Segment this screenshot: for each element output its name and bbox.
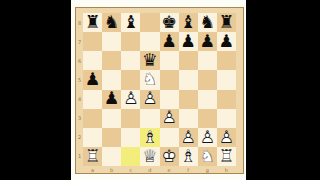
square-c2[interactable] <box>121 128 140 147</box>
square-d6[interactable]: ♛ <box>140 51 159 70</box>
rank-label-6: 6 <box>76 51 83 70</box>
letterbox-left-bar <box>0 0 71 180</box>
square-h6[interactable] <box>217 51 236 70</box>
square-b6[interactable] <box>102 51 121 70</box>
square-b2[interactable] <box>102 128 121 147</box>
square-a8[interactable]: ♜ <box>83 13 102 32</box>
square-b5[interactable] <box>102 70 121 89</box>
square-e3[interactable]: ♟♙ <box>160 109 179 128</box>
square-f3[interactable] <box>179 109 198 128</box>
white-queen-icon: ♛♕ <box>140 147 159 166</box>
square-c8[interactable]: ♝ <box>121 13 140 32</box>
square-a5[interactable]: ♟ <box>83 70 102 89</box>
square-c3[interactable] <box>121 109 140 128</box>
white-pawn-icon: ♟♙ <box>160 109 179 128</box>
square-a2[interactable] <box>83 128 102 147</box>
square-b7[interactable] <box>102 32 121 51</box>
square-c1[interactable] <box>121 147 140 166</box>
square-g8[interactable]: ♞ <box>198 13 217 32</box>
rank-label-8: 8 <box>76 13 83 32</box>
square-f8[interactable]: ♝ <box>179 13 198 32</box>
video-frame[interactable]: ♜♞♝♚♝♞♜♟♟♟♟♛♟♞♘♟♟♙♟♙♟♙♝♗♟♙♟♙♟♙♜♖♛♕♚♔♝♗♞♘… <box>71 0 246 180</box>
white-pawn-icon: ♟♙ <box>179 128 198 147</box>
black-rook-icon: ♜ <box>83 13 102 32</box>
square-f7[interactable]: ♟ <box>179 32 198 51</box>
square-h7[interactable]: ♟ <box>217 32 236 51</box>
square-g7[interactable]: ♟ <box>198 32 217 51</box>
square-b3[interactable] <box>102 109 121 128</box>
square-a7[interactable] <box>83 32 102 51</box>
black-pawn-icon: ♟ <box>217 32 236 51</box>
black-king-icon: ♚ <box>160 13 179 32</box>
black-bishop-icon: ♝ <box>179 13 198 32</box>
file-label-h: h <box>217 166 236 173</box>
square-d3[interactable] <box>140 109 159 128</box>
letterbox-right-bar <box>246 0 320 180</box>
square-b8[interactable]: ♞ <box>102 13 121 32</box>
square-h5[interactable] <box>217 70 236 89</box>
square-f6[interactable] <box>179 51 198 70</box>
square-d4[interactable]: ♟♙ <box>140 90 159 109</box>
square-h3[interactable] <box>217 109 236 128</box>
square-f5[interactable] <box>179 70 198 89</box>
file-label-b: b <box>102 166 121 173</box>
square-d8[interactable] <box>140 13 159 32</box>
black-knight-icon: ♞ <box>198 13 217 32</box>
square-b1[interactable] <box>102 147 121 166</box>
black-pawn-icon: ♟ <box>179 32 198 51</box>
square-h2[interactable]: ♟♙ <box>217 128 236 147</box>
square-a1[interactable]: ♜♖ <box>83 147 102 166</box>
file-label-f: f <box>179 166 198 173</box>
black-rook-icon: ♜ <box>217 13 236 32</box>
square-f1[interactable]: ♝♗ <box>179 147 198 166</box>
square-d2[interactable]: ♝♗ <box>140 128 159 147</box>
white-pawn-icon: ♟♙ <box>140 90 159 109</box>
white-rook-icon: ♜♖ <box>83 147 102 166</box>
square-e6[interactable] <box>160 51 179 70</box>
white-rook-icon: ♜♖ <box>217 147 236 166</box>
square-c7[interactable] <box>121 32 140 51</box>
square-c6[interactable] <box>121 51 140 70</box>
square-g6[interactable] <box>198 51 217 70</box>
white-bishop-icon: ♝♗ <box>140 128 159 147</box>
black-queen-icon: ♛ <box>140 51 159 70</box>
square-g3[interactable] <box>198 109 217 128</box>
white-pawn-icon: ♟♙ <box>121 90 140 109</box>
rank-label-2: 2 <box>76 128 83 147</box>
white-bishop-icon: ♝♗ <box>179 147 198 166</box>
white-pawn-icon: ♟♙ <box>217 128 236 147</box>
square-g2[interactable]: ♟♙ <box>198 128 217 147</box>
file-label-e: e <box>160 166 179 173</box>
black-pawn-icon: ♟ <box>102 90 121 109</box>
chessboard-frame: ♜♞♝♚♝♞♜♟♟♟♟♛♟♞♘♟♟♙♟♙♟♙♝♗♟♙♟♙♟♙♜♖♛♕♚♔♝♗♞♘… <box>75 7 244 174</box>
rank-label-4: 4 <box>76 90 83 109</box>
file-label-a: a <box>83 166 102 173</box>
rank-label-5: 5 <box>76 70 83 89</box>
square-f4[interactable] <box>179 90 198 109</box>
square-h1[interactable]: ♜♖ <box>217 147 236 166</box>
white-king-icon: ♚♔ <box>160 147 179 166</box>
rank-label-3: 3 <box>76 109 83 128</box>
square-f2[interactable]: ♟♙ <box>179 128 198 147</box>
white-knight-icon: ♞♘ <box>198 147 217 166</box>
black-pawn-icon: ♟ <box>83 70 102 89</box>
square-h8[interactable]: ♜ <box>217 13 236 32</box>
square-a4[interactable] <box>83 90 102 109</box>
board-grid: ♜♞♝♚♝♞♜♟♟♟♟♛♟♞♘♟♟♙♟♙♟♙♝♗♟♙♟♙♟♙♜♖♛♕♚♔♝♗♞♘… <box>83 13 236 166</box>
square-h4[interactable] <box>217 90 236 109</box>
file-label-c: c <box>121 166 140 173</box>
square-e1[interactable]: ♚♔ <box>160 147 179 166</box>
square-c5[interactable] <box>121 70 140 89</box>
white-pawn-icon: ♟♙ <box>198 128 217 147</box>
square-e5[interactable] <box>160 70 179 89</box>
black-bishop-icon: ♝ <box>121 13 140 32</box>
square-g5[interactable] <box>198 70 217 89</box>
rank-label-7: 7 <box>76 32 83 51</box>
square-b4[interactable]: ♟ <box>102 90 121 109</box>
file-label-g: g <box>198 166 217 173</box>
file-label-d: d <box>140 166 159 173</box>
square-e4[interactable] <box>160 90 179 109</box>
square-a3[interactable] <box>83 109 102 128</box>
square-e8[interactable]: ♚ <box>160 13 179 32</box>
square-g4[interactable] <box>198 90 217 109</box>
black-pawn-icon: ♟ <box>160 32 179 51</box>
square-d1[interactable]: ♛♕ <box>140 147 159 166</box>
square-d5[interactable]: ♞♘ <box>140 70 159 89</box>
square-g1[interactable]: ♞♘ <box>198 147 217 166</box>
square-d7[interactable] <box>140 32 159 51</box>
rank-label-1: 1 <box>76 147 83 166</box>
square-a6[interactable] <box>83 51 102 70</box>
square-c4[interactable]: ♟♙ <box>121 90 140 109</box>
square-e7[interactable]: ♟ <box>160 32 179 51</box>
white-knight-icon: ♞♘ <box>140 70 159 89</box>
black-pawn-icon: ♟ <box>198 32 217 51</box>
black-knight-icon: ♞ <box>102 13 121 32</box>
square-e2[interactable] <box>160 128 179 147</box>
